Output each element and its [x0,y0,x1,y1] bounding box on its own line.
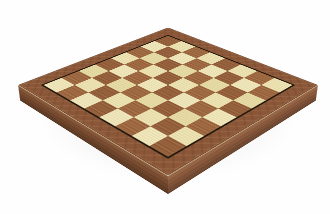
chess-board-scene [0,0,330,214]
